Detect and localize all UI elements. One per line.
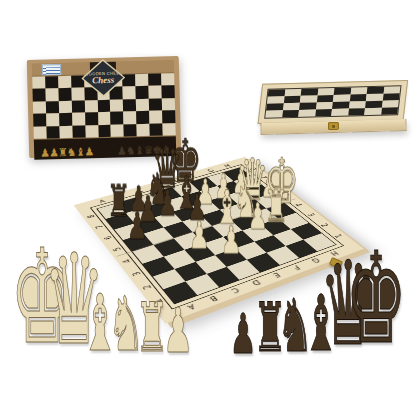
box-art-square — [85, 112, 98, 125]
folded-square — [364, 108, 381, 115]
box-art-square — [45, 76, 58, 89]
piece-glyph: ♟ — [158, 186, 178, 221]
folded-square — [298, 109, 315, 116]
box-art-square — [136, 99, 149, 112]
display-dark-k: ♚ — [345, 236, 407, 362]
box-art-square — [123, 111, 136, 124]
box-art-square — [136, 86, 149, 99]
folded-board-top — [258, 80, 409, 124]
box-art-square — [136, 111, 149, 124]
folded-square — [265, 110, 282, 117]
box-art-square — [32, 77, 45, 90]
box-logo-large-text: Chess — [92, 76, 114, 86]
box-art-square — [162, 86, 175, 99]
box-art-square — [58, 76, 71, 89]
box-art-square — [72, 100, 85, 113]
piece-glyph: ♟ — [221, 221, 242, 259]
box-art-square — [33, 101, 46, 114]
box-art-square — [124, 124, 137, 137]
box-art-square — [111, 112, 124, 125]
box-art-square — [123, 99, 136, 112]
box-art-square — [33, 89, 46, 102]
box-art-square — [71, 88, 84, 101]
piece-glyph: ♟ — [248, 198, 268, 235]
box-art-square — [46, 101, 59, 114]
box-art-square — [97, 100, 110, 113]
box-art-square — [148, 73, 161, 86]
box-art-square — [46, 113, 59, 126]
box-art-square — [59, 113, 72, 126]
box-art-square — [162, 110, 175, 123]
folded-square — [348, 108, 365, 115]
box-art-square — [149, 111, 162, 124]
piece-glyph: ♟ — [127, 208, 148, 245]
brass-clasp-icon — [328, 122, 339, 130]
box-art-square — [98, 112, 111, 125]
box-art-square — [33, 126, 46, 139]
box-art-square — [123, 87, 136, 100]
box-art-square — [110, 99, 123, 112]
product-photo-chess-set: ♟♟♜♞♝♟ ♟♞♝♛♚♟ WOODEN CHESS Chess ABCDEFG… — [0, 0, 420, 420]
box-art-square — [59, 125, 72, 138]
box-art-square — [85, 125, 98, 138]
box-art-square — [58, 88, 71, 101]
box-art-square — [111, 124, 124, 137]
display-light-p: ♟ — [163, 300, 194, 362]
rank-label: 5 — [104, 242, 131, 256]
folded-board-checkerboard — [265, 86, 400, 118]
box-art-square — [72, 125, 85, 138]
box-art-square — [123, 74, 136, 87]
box-art-square — [33, 114, 46, 127]
box-art-square — [149, 86, 162, 99]
price-label — [42, 64, 61, 75]
folded-square — [315, 109, 332, 116]
box-piece-silhouettes-light: ♟♟♜♞♝♟ — [40, 145, 93, 159]
folded-board-front — [260, 119, 406, 135]
box-art-square — [59, 101, 72, 114]
box-art-square — [72, 113, 85, 126]
box-art-square — [137, 123, 150, 136]
folded-board — [259, 80, 406, 135]
box-art-square — [162, 98, 175, 111]
box-art-square — [71, 76, 84, 89]
folded-square — [282, 110, 299, 117]
box-art-square — [84, 100, 97, 113]
box-art-square — [45, 89, 58, 102]
rank-label: 4 — [113, 254, 141, 269]
box-art-square — [135, 74, 148, 87]
box-art-square — [46, 126, 59, 139]
box-art-square — [161, 73, 174, 86]
folded-square — [331, 109, 348, 116]
piece-glyph: ♟ — [189, 217, 210, 255]
folded-square — [381, 107, 398, 114]
box-art-square — [98, 124, 111, 137]
box-art-square — [150, 123, 163, 136]
box-art-square — [149, 98, 162, 111]
